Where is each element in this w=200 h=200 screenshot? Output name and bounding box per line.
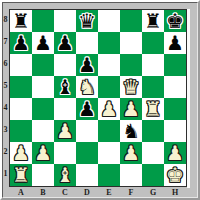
square-d5[interactable]: ♞ bbox=[76, 76, 98, 98]
white-knight: ♞ bbox=[76, 76, 98, 98]
square-d4[interactable]: ♟ bbox=[76, 98, 98, 120]
square-a6[interactable] bbox=[10, 54, 32, 76]
black-rook: ♜ bbox=[142, 10, 164, 32]
square-c6[interactable] bbox=[54, 54, 76, 76]
white-king: ♚ bbox=[164, 164, 186, 186]
file-label: A bbox=[10, 188, 32, 198]
square-a5[interactable] bbox=[10, 76, 32, 98]
file-labels: ABCDEFGH bbox=[10, 188, 186, 198]
square-a3[interactable] bbox=[10, 120, 32, 142]
square-c3[interactable]: ♟ bbox=[54, 120, 76, 142]
white-pawn: ♟ bbox=[164, 142, 186, 164]
white-queen: ♛ bbox=[120, 76, 142, 98]
square-e1[interactable] bbox=[98, 164, 120, 186]
square-b6[interactable] bbox=[32, 54, 54, 76]
file-label: G bbox=[142, 188, 164, 198]
black-pawn: ♟ bbox=[76, 98, 98, 120]
white-pawn: ♟ bbox=[32, 142, 54, 164]
square-f7[interactable] bbox=[120, 32, 142, 54]
square-g8[interactable]: ♜ bbox=[142, 10, 164, 32]
square-h3[interactable] bbox=[164, 120, 186, 142]
square-c7[interactable]: ♟ bbox=[54, 32, 76, 54]
square-f8[interactable] bbox=[120, 10, 142, 32]
white-bishop: ♝ bbox=[54, 164, 76, 186]
black-rook: ♜ bbox=[10, 10, 32, 32]
rank-label: 3 bbox=[2, 119, 9, 141]
square-g2[interactable] bbox=[142, 142, 164, 164]
square-d1[interactable] bbox=[76, 164, 98, 186]
square-b3[interactable] bbox=[32, 120, 54, 142]
file-label: D bbox=[76, 188, 98, 198]
square-d2[interactable] bbox=[76, 142, 98, 164]
square-b4[interactable] bbox=[32, 98, 54, 120]
square-b2[interactable]: ♟ bbox=[32, 142, 54, 164]
white-pawn: ♟ bbox=[10, 142, 32, 164]
square-f6[interactable] bbox=[120, 54, 142, 76]
black-pawn: ♟ bbox=[76, 54, 98, 76]
file-label: C bbox=[54, 188, 76, 198]
file-label: F bbox=[120, 188, 142, 198]
square-b1[interactable] bbox=[32, 164, 54, 186]
square-h2[interactable]: ♟ bbox=[164, 142, 186, 164]
square-h7[interactable]: ♟ bbox=[164, 32, 186, 54]
square-f2[interactable]: ♟ bbox=[120, 142, 142, 164]
black-pawn: ♟ bbox=[10, 32, 32, 54]
square-e6[interactable] bbox=[98, 54, 120, 76]
square-h8[interactable]: ♚ bbox=[164, 10, 186, 32]
file-label: H bbox=[164, 188, 186, 198]
square-e5[interactable] bbox=[98, 76, 120, 98]
chess-board-panel: 87654321 ♜♛♜♚♟♟♟♟♟♝♞♛♟♟♟♜♟♞♟♟♟♟♜♝♚ ABCDE… bbox=[0, 0, 200, 200]
board-edge-highlight bbox=[187, 9, 190, 188]
square-a8[interactable]: ♜ bbox=[10, 10, 32, 32]
rank-label: 2 bbox=[2, 141, 9, 163]
square-d6[interactable]: ♟ bbox=[76, 54, 98, 76]
square-b8[interactable] bbox=[32, 10, 54, 32]
chess-board: ♜♛♜♚♟♟♟♟♟♝♞♛♟♟♟♜♟♞♟♟♟♟♜♝♚ bbox=[9, 9, 187, 187]
black-king: ♚ bbox=[164, 10, 186, 32]
square-c4[interactable] bbox=[54, 98, 76, 120]
square-h5[interactable] bbox=[164, 76, 186, 98]
file-label: B bbox=[32, 188, 54, 198]
square-h4[interactable] bbox=[164, 98, 186, 120]
square-h6[interactable] bbox=[164, 54, 186, 76]
white-pawn: ♟ bbox=[120, 98, 142, 120]
black-knight: ♞ bbox=[120, 120, 142, 142]
square-c1[interactable]: ♝ bbox=[54, 164, 76, 186]
black-pawn: ♟ bbox=[164, 32, 186, 54]
square-a7[interactable]: ♟ bbox=[10, 32, 32, 54]
white-pawn: ♟ bbox=[98, 98, 120, 120]
square-a2[interactable]: ♟ bbox=[10, 142, 32, 164]
square-c2[interactable] bbox=[54, 142, 76, 164]
black-pawn: ♟ bbox=[54, 32, 76, 54]
square-g6[interactable] bbox=[142, 54, 164, 76]
square-a4[interactable] bbox=[10, 98, 32, 120]
rank-label: 4 bbox=[2, 97, 9, 119]
black-queen: ♛ bbox=[76, 10, 98, 32]
square-g1[interactable] bbox=[142, 164, 164, 186]
white-rook: ♜ bbox=[142, 98, 164, 120]
rank-label: 8 bbox=[2, 9, 9, 31]
rank-label: 6 bbox=[2, 53, 9, 75]
square-e8[interactable] bbox=[98, 10, 120, 32]
square-f1[interactable] bbox=[120, 164, 142, 186]
square-f4[interactable]: ♟ bbox=[120, 98, 142, 120]
square-h1[interactable]: ♚ bbox=[164, 164, 186, 186]
square-e7[interactable] bbox=[98, 32, 120, 54]
square-f3[interactable]: ♞ bbox=[120, 120, 142, 142]
square-e3[interactable] bbox=[98, 120, 120, 142]
white-pawn: ♟ bbox=[54, 120, 76, 142]
rank-label: 5 bbox=[2, 75, 9, 97]
square-c8[interactable] bbox=[54, 10, 76, 32]
black-bishop: ♝ bbox=[54, 76, 76, 98]
square-c5[interactable]: ♝ bbox=[54, 76, 76, 98]
white-rook: ♜ bbox=[10, 164, 32, 186]
square-e2[interactable] bbox=[98, 142, 120, 164]
square-e4[interactable]: ♟ bbox=[98, 98, 120, 120]
square-d8[interactable]: ♛ bbox=[76, 10, 98, 32]
square-f5[interactable]: ♛ bbox=[120, 76, 142, 98]
square-b5[interactable] bbox=[32, 76, 54, 98]
square-g7[interactable] bbox=[142, 32, 164, 54]
square-a1[interactable]: ♜ bbox=[10, 164, 32, 186]
rank-labels: 87654321 bbox=[2, 9, 9, 185]
black-pawn: ♟ bbox=[32, 32, 54, 54]
square-g3[interactable] bbox=[142, 120, 164, 142]
rank-label: 1 bbox=[2, 163, 9, 185]
square-g4[interactable]: ♜ bbox=[142, 98, 164, 120]
white-pawn: ♟ bbox=[120, 142, 142, 164]
rank-label: 7 bbox=[2, 31, 9, 53]
square-g5[interactable] bbox=[142, 76, 164, 98]
square-d7[interactable] bbox=[76, 32, 98, 54]
file-label: E bbox=[98, 188, 120, 198]
square-d3[interactable] bbox=[76, 120, 98, 142]
square-b7[interactable]: ♟ bbox=[32, 32, 54, 54]
